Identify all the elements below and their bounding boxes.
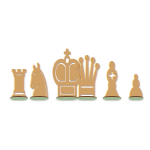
felt-pad-knight [30, 96, 49, 100]
felt-pad-king [56, 96, 78, 100]
felt-pad-pawn [128, 96, 143, 100]
chess-pieces-photo: ♜ ♞ ♚ ♛ ♝ ♟︎ [0, 0, 150, 150]
felt-pad-bishop [103, 96, 122, 100]
felt-pad-queen [77, 96, 97, 100]
felt-pad-rook [10, 96, 28, 100]
